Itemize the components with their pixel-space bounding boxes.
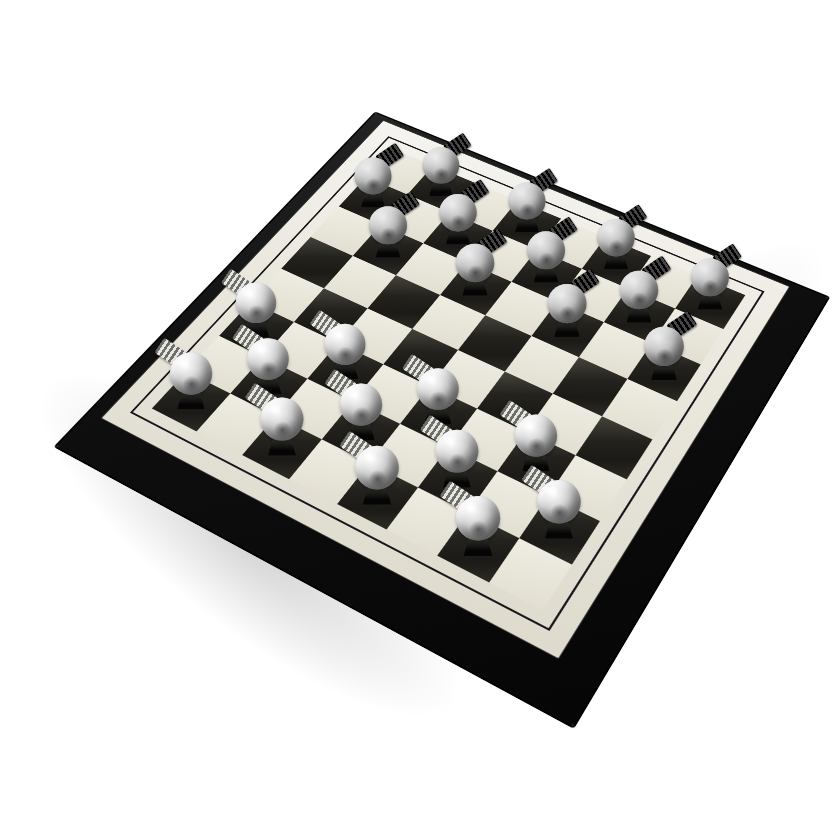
piece-silver-b2[interactable]: [239, 330, 297, 395]
piece-magnet-base: [555, 321, 580, 337]
square-anchor: [639, 409, 640, 410]
piece-glass-bulb: [236, 282, 276, 322]
piece-glass-bulb: [436, 430, 479, 473]
square-h4[interactable]: [576, 416, 653, 479]
square-anchor: [399, 171, 400, 172]
square-anchor: [542, 364, 543, 365]
square-anchor: [317, 262, 318, 263]
square-anchor: [236, 424, 237, 425]
piece-glass-bulb: [456, 244, 495, 283]
piece-glass-bulb: [423, 147, 460, 184]
piece-glass-bulb: [691, 258, 729, 296]
piece-glass-bulb: [548, 284, 587, 323]
square-h5[interactable]: [602, 379, 677, 440]
square-anchor: [521, 308, 522, 309]
square-anchor: [590, 386, 591, 387]
piece-silver-e1[interactable]: [347, 437, 408, 505]
piece-glass-bulb: [620, 271, 659, 310]
piece-glass-bulb: [169, 352, 211, 394]
piece-silver-a1[interactable]: [161, 344, 220, 410]
piece-magnet-base: [268, 439, 296, 456]
square-anchor: [448, 322, 449, 323]
piece-magnet-base: [363, 487, 391, 504]
square-anchor: [415, 219, 416, 220]
piece-glass-bulb: [537, 480, 581, 524]
piece-black-f6[interactable]: [540, 276, 595, 337]
piece-glass-bulb: [417, 368, 459, 410]
square-anchor: [420, 357, 421, 358]
square-anchor: [375, 336, 376, 337]
square-anchor: [345, 231, 346, 232]
piece-black-d6[interactable]: [448, 236, 502, 296]
square-anchor: [494, 343, 495, 344]
square-anchor: [515, 401, 516, 402]
piece-glass-bulb: [597, 219, 634, 256]
piece-glass-bulb: [324, 324, 365, 365]
square-anchor: [408, 455, 409, 456]
square-anchor: [614, 447, 615, 448]
piece-glass-bulb: [644, 326, 684, 366]
square-anchor: [314, 409, 315, 410]
piece-glass-bulb: [369, 206, 407, 244]
piece-silver-g1[interactable]: [447, 487, 509, 556]
square-anchor: [615, 350, 616, 351]
piece-silver-d2[interactable]: [331, 374, 390, 440]
square-anchor: [224, 364, 225, 365]
piece-silver-e3[interactable]: [409, 360, 467, 425]
piece-magnet-base: [463, 281, 488, 296]
piece-black-e7[interactable]: [520, 224, 573, 283]
square-anchor: [391, 394, 392, 395]
piece-silver-h2[interactable]: [529, 471, 590, 539]
piece-silver-g3[interactable]: [507, 406, 566, 471]
piece-glass-bulb: [354, 158, 391, 195]
piece-black-f8[interactable]: [590, 212, 642, 270]
piece-magnet-base: [698, 294, 723, 309]
square-anchor: [300, 350, 301, 351]
piece-black-h6[interactable]: [636, 318, 691, 379]
square-anchor: [360, 282, 361, 283]
piece-glass-bulb: [248, 338, 290, 380]
piece-glass-bulb: [339, 383, 381, 425]
square-anchor: [431, 269, 432, 270]
piece-black-h8[interactable]: [683, 251, 736, 310]
square-anchor: [530, 574, 532, 575]
piece-glass-bulb: [355, 446, 399, 490]
piece-magnet-base: [177, 393, 205, 410]
piece-silver-c1[interactable]: [251, 389, 311, 456]
piece-magnet-base: [463, 538, 492, 556]
piece-glass-bulb: [527, 232, 565, 270]
piece-glass-bulb: [260, 398, 303, 441]
piece-black-g7[interactable]: [612, 263, 666, 323]
piece-silver-a3[interactable]: [228, 274, 285, 337]
product-photo-stage: [0, 0, 840, 840]
piece-black-b6[interactable]: [361, 198, 414, 257]
piece-silver-f2[interactable]: [427, 421, 487, 488]
piece-glass-bulb: [456, 496, 500, 540]
piece-glass-bulb: [439, 194, 477, 232]
square-anchor: [287, 295, 288, 296]
square-anchor: [427, 521, 429, 522]
piece-magnet-base: [651, 364, 677, 380]
piece-glass-bulb: [508, 182, 545, 219]
piece-magnet-base: [545, 521, 573, 538]
square-anchor: [403, 302, 404, 303]
piece-glass-bulb: [515, 415, 557, 457]
square-anchor: [329, 471, 330, 472]
piece-silver-c3[interactable]: [316, 316, 373, 380]
